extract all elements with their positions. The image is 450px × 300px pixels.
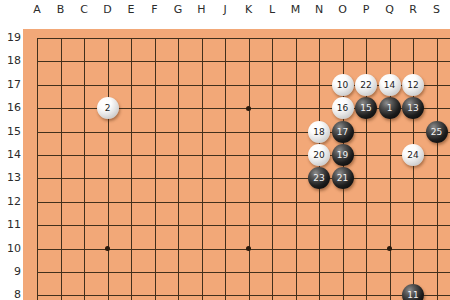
board-point[interactable]: 24 [401,143,425,166]
stone-white[interactable]: 10 [332,74,354,96]
board-point[interactable]: 2 [96,96,120,119]
board-point[interactable]: 16 [331,96,355,119]
move-number: 25 [431,127,442,137]
row-label: 11 [0,218,21,232]
move-number: 23 [313,173,324,183]
row-label: 19 [0,31,21,45]
board-point[interactable]: 22 [354,73,378,96]
column-label: J [216,3,234,17]
column-label: E [122,3,140,17]
column-label: P [357,3,375,17]
move-number: 24 [407,150,418,160]
move-number: 12 [407,80,418,90]
stone-black[interactable]: 13 [402,97,424,119]
column-label: M [287,3,305,17]
board-point[interactable]: 18 [307,120,331,143]
column-label: F [146,3,164,17]
stone-white[interactable]: 24 [402,144,424,166]
column-label: O [334,3,352,17]
stone-black[interactable]: 25 [426,121,448,143]
board-point[interactable]: 13 [401,96,425,119]
row-label: 15 [0,125,21,139]
board-point[interactable]: 21 [331,167,355,190]
column-label: G [169,3,187,17]
row-label: 14 [0,148,21,162]
board-point[interactable]: 1 [378,96,402,119]
stone-white[interactable]: 22 [355,74,377,96]
stone-black[interactable]: 11 [402,284,424,300]
move-number: 13 [407,103,418,113]
move-number: 2 [105,103,111,113]
row-label: 16 [0,101,21,115]
move-number: 19 [337,150,348,160]
board-point[interactable]: 15 [354,96,378,119]
stone-white[interactable]: 20 [308,144,330,166]
row-label: 8 [0,288,21,300]
stone-white[interactable]: 2 [97,97,119,119]
move-number: 16 [337,103,348,113]
board-point[interactable]: 20 [307,143,331,166]
move-number: 10 [337,80,348,90]
stone-black[interactable]: 1 [379,97,401,119]
go-board-viewport: ABCDEFGHJKLMNOPQRS 191817161514131211109… [0,0,450,300]
board-point[interactable]: 17 [331,120,355,143]
column-label: Q [381,3,399,17]
stone-black[interactable]: 15 [355,97,377,119]
stone-white[interactable]: 14 [379,74,401,96]
stone-grid[interactable]: 1210111213141516171819202122232425 [25,26,450,300]
column-label: R [404,3,422,17]
column-label: A [28,3,46,17]
column-label: K [240,3,258,17]
row-label: 10 [0,242,21,256]
move-number: 11 [407,290,418,300]
row-label: 12 [0,195,21,209]
stone-black[interactable]: 19 [332,144,354,166]
move-number: 15 [360,103,371,113]
stone-black[interactable]: 23 [308,167,330,189]
move-number: 21 [337,173,348,183]
column-label: H [193,3,211,17]
column-label: N [310,3,328,17]
move-number: 1 [387,103,393,113]
stone-white[interactable]: 18 [308,121,330,143]
board-point[interactable]: 19 [331,143,355,166]
stone-white[interactable]: 16 [332,97,354,119]
stone-black[interactable]: 17 [332,121,354,143]
board-point[interactable]: 11 [401,284,425,300]
row-label: 13 [0,171,21,185]
move-number: 22 [360,80,371,90]
move-number: 14 [384,80,395,90]
move-number: 17 [337,127,348,137]
board-point[interactable]: 23 [307,167,331,190]
board-point[interactable]: 10 [331,73,355,96]
row-label: 9 [0,265,21,279]
row-label: 17 [0,78,21,92]
column-label: S [428,3,446,17]
stone-white[interactable]: 12 [402,74,424,96]
column-label: C [75,3,93,17]
move-number: 20 [313,150,324,160]
column-label: B [52,3,70,17]
column-label: L [263,3,281,17]
move-number: 18 [313,127,324,137]
column-label: D [99,3,117,17]
board-point[interactable]: 12 [401,73,425,96]
board-point[interactable]: 14 [378,73,402,96]
board-point[interactable]: 25 [425,120,449,143]
row-label: 18 [0,54,21,68]
stone-black[interactable]: 21 [332,167,354,189]
